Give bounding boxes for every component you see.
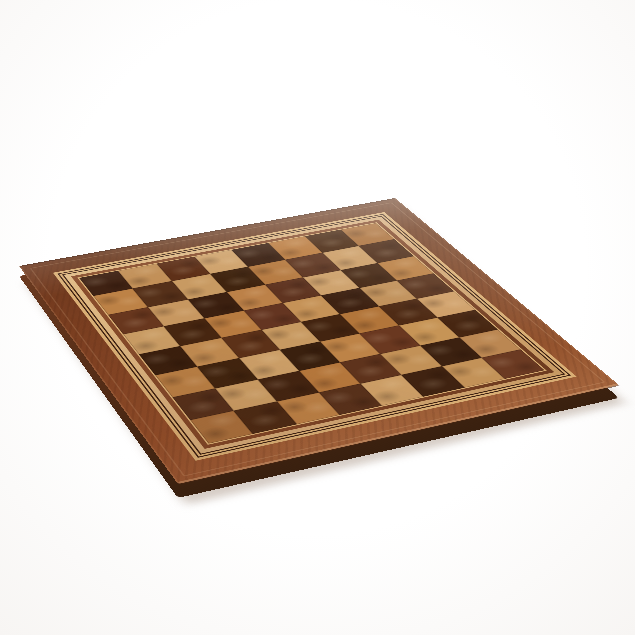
inlay-walnut-band: [71, 220, 554, 449]
checkerboard-grid: [79, 223, 544, 444]
inlay-maple-field-line: [77, 222, 546, 444]
product-photo-scene: [0, 0, 635, 635]
chess-board: [19, 198, 619, 484]
